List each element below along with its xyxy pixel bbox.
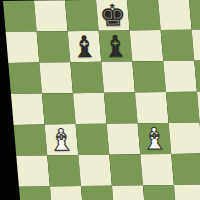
square-d2[interactable] xyxy=(81,186,115,200)
square-g2[interactable] xyxy=(174,185,200,200)
square-f5[interactable] xyxy=(135,92,169,123)
square-b8[interactable] xyxy=(3,1,37,32)
chess-app-viewport: ♚♝♝♝♝ xyxy=(0,0,200,200)
square-f8[interactable] xyxy=(127,0,161,30)
square-d6[interactable] xyxy=(70,62,104,93)
square-e5[interactable] xyxy=(104,92,138,123)
square-e7[interactable]: ♝ xyxy=(99,30,133,61)
piece-black-bishop-d7[interactable]: ♝ xyxy=(70,31,98,62)
square-d5[interactable] xyxy=(73,93,107,124)
square-c2[interactable] xyxy=(50,186,84,200)
square-c8[interactable] xyxy=(34,0,68,31)
square-e4[interactable] xyxy=(107,123,141,154)
square-f3[interactable] xyxy=(140,154,174,185)
piece-white-bishop-c4[interactable]: ♝ xyxy=(47,124,75,155)
square-c3[interactable] xyxy=(47,155,81,186)
square-f4[interactable]: ♝ xyxy=(138,123,172,154)
square-e8[interactable]: ♚ xyxy=(96,0,130,31)
chess-board[interactable]: ♚♝♝♝♝ xyxy=(3,0,200,200)
square-b3[interactable] xyxy=(16,155,50,186)
square-f7[interactable] xyxy=(130,30,164,61)
square-e3[interactable] xyxy=(109,154,143,185)
square-d3[interactable] xyxy=(78,155,112,186)
square-e2[interactable] xyxy=(112,185,146,200)
square-c5[interactable] xyxy=(42,93,76,124)
square-d4[interactable] xyxy=(76,124,110,155)
square-f2[interactable] xyxy=(143,185,177,200)
square-g7[interactable] xyxy=(161,30,195,61)
square-b2[interactable] xyxy=(19,186,53,200)
square-g8[interactable] xyxy=(158,0,192,30)
square-g5[interactable] xyxy=(166,92,200,123)
square-h8[interactable] xyxy=(189,0,200,30)
square-d8[interactable] xyxy=(65,0,99,31)
square-c6[interactable] xyxy=(39,62,73,93)
square-b4[interactable] xyxy=(14,125,48,156)
square-d7[interactable]: ♝ xyxy=(68,31,102,62)
square-f6[interactable] xyxy=(132,61,166,92)
piece-black-bishop-e7[interactable]: ♝ xyxy=(101,30,129,61)
square-e6[interactable] xyxy=(101,61,135,92)
square-c4[interactable]: ♝ xyxy=(45,124,79,155)
square-c7[interactable] xyxy=(37,31,71,62)
square-b6[interactable] xyxy=(8,63,42,94)
square-b7[interactable] xyxy=(6,32,40,63)
square-b5[interactable] xyxy=(11,94,45,125)
square-g4[interactable] xyxy=(169,123,200,154)
square-g3[interactable] xyxy=(171,154,200,185)
square-g6[interactable] xyxy=(163,61,197,92)
piece-black-king-e8[interactable]: ♚ xyxy=(99,0,127,31)
piece-white-bishop-f4[interactable]: ♝ xyxy=(140,123,168,154)
